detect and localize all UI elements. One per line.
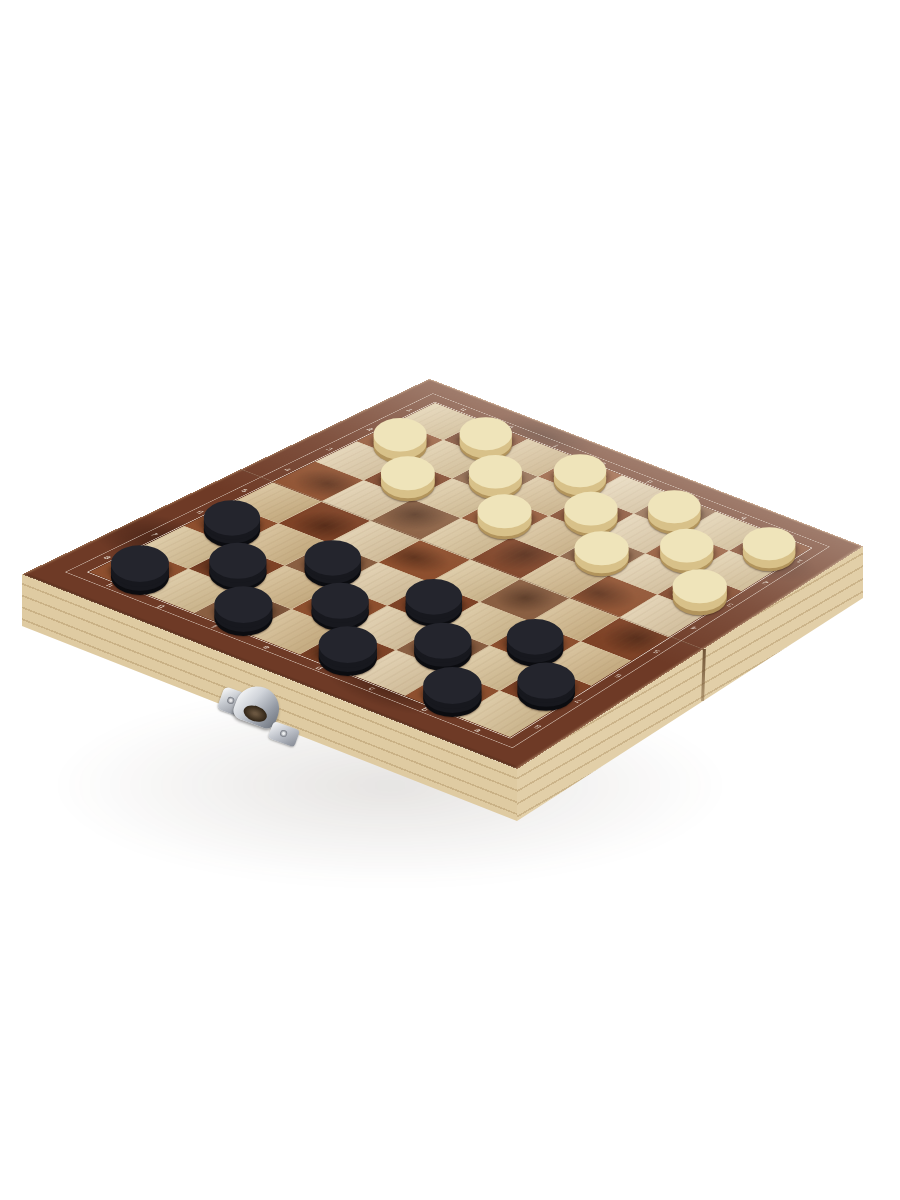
- product-photo-scene: hh11gg22ff33ee44dd55cc66bb77aa88 ●●●●●●●…: [0, 0, 900, 1200]
- latch-plate-right: [268, 721, 300, 747]
